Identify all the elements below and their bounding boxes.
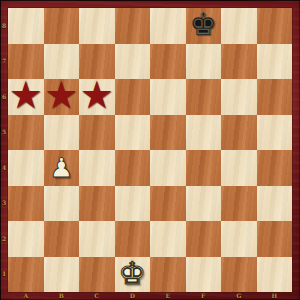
rank-label-6: 6 (0, 94, 8, 100)
square-g3[interactable] (221, 186, 257, 222)
black-king[interactable]: ♚ (189, 9, 217, 40)
square-a4[interactable] (8, 150, 44, 186)
square-g7[interactable] (221, 44, 257, 80)
square-h5[interactable] (257, 115, 293, 151)
square-b3[interactable] (44, 186, 80, 222)
square-b5[interactable] (44, 115, 80, 151)
square-a3[interactable] (8, 186, 44, 222)
file-label-h: H (257, 293, 293, 299)
square-a5[interactable] (8, 115, 44, 151)
square-d1[interactable]: ♚ (115, 257, 151, 293)
square-g2[interactable] (221, 221, 257, 257)
square-d6[interactable] (115, 79, 151, 115)
square-c6[interactable]: ★ (79, 79, 115, 115)
square-c2[interactable] (79, 221, 115, 257)
square-g4[interactable] (221, 150, 257, 186)
square-h3[interactable] (257, 186, 293, 222)
square-d4[interactable] (115, 150, 151, 186)
square-f2[interactable] (186, 221, 222, 257)
square-e4[interactable] (150, 150, 186, 186)
square-c8[interactable] (79, 8, 115, 44)
square-f7[interactable] (186, 44, 222, 80)
square-c3[interactable] (79, 186, 115, 222)
square-b1[interactable] (44, 257, 80, 293)
white-pawn[interactable]: ♟ (49, 154, 73, 181)
file-label-e: E (150, 293, 186, 299)
square-h7[interactable] (257, 44, 293, 80)
square-a2[interactable] (8, 221, 44, 257)
file-label-g: G (221, 293, 257, 299)
square-f6[interactable] (186, 79, 222, 115)
square-g5[interactable] (221, 115, 257, 151)
square-h2[interactable] (257, 221, 293, 257)
square-e2[interactable] (150, 221, 186, 257)
file-label-c: C (79, 293, 115, 299)
file-label-b: B (44, 293, 80, 299)
square-g6[interactable] (221, 79, 257, 115)
board-frame: ♚★★★♟♚ 87654321ABCDEFGH (0, 0, 300, 300)
square-e1[interactable] (150, 257, 186, 293)
rank-label-8: 8 (0, 23, 8, 29)
square-g1[interactable] (221, 257, 257, 293)
square-d2[interactable] (115, 221, 151, 257)
square-f5[interactable] (186, 115, 222, 151)
square-b2[interactable] (44, 221, 80, 257)
board: ♚★★★♟♚ (8, 8, 292, 292)
star-annotation-c6: ★ (80, 76, 114, 114)
square-e8[interactable] (150, 8, 186, 44)
rank-label-4: 4 (0, 165, 8, 171)
square-h1[interactable] (257, 257, 293, 293)
file-label-d: D (115, 293, 151, 299)
square-h4[interactable] (257, 150, 293, 186)
rank-label-3: 3 (0, 200, 8, 206)
star-annotation-a6: ★ (9, 76, 43, 114)
square-f3[interactable] (186, 186, 222, 222)
file-label-f: F (186, 293, 222, 299)
rank-label-5: 5 (0, 129, 8, 135)
square-f4[interactable] (186, 150, 222, 186)
square-d7[interactable] (115, 44, 151, 80)
square-a8[interactable] (8, 8, 44, 44)
square-e7[interactable] (150, 44, 186, 80)
square-a1[interactable] (8, 257, 44, 293)
square-d8[interactable] (115, 8, 151, 44)
rank-label-7: 7 (0, 58, 8, 64)
square-b8[interactable] (44, 8, 80, 44)
star-annotation-b6: ★ (44, 76, 78, 114)
square-c5[interactable] (79, 115, 115, 151)
white-king[interactable]: ♚ (118, 258, 146, 289)
rank-label-2: 2 (0, 236, 8, 242)
square-e3[interactable] (150, 186, 186, 222)
square-h8[interactable] (257, 8, 293, 44)
square-f8[interactable]: ♚ (186, 8, 222, 44)
file-label-a: A (8, 293, 44, 299)
square-g8[interactable] (221, 8, 257, 44)
square-a6[interactable]: ★ (8, 79, 44, 115)
square-f1[interactable] (186, 257, 222, 293)
square-c4[interactable] (79, 150, 115, 186)
square-d5[interactable] (115, 115, 151, 151)
square-b4[interactable]: ♟ (44, 150, 80, 186)
square-d3[interactable] (115, 186, 151, 222)
square-c1[interactable] (79, 257, 115, 293)
square-e6[interactable] (150, 79, 186, 115)
rank-label-1: 1 (0, 271, 8, 277)
square-b6[interactable]: ★ (44, 79, 80, 115)
square-h6[interactable] (257, 79, 293, 115)
square-e5[interactable] (150, 115, 186, 151)
